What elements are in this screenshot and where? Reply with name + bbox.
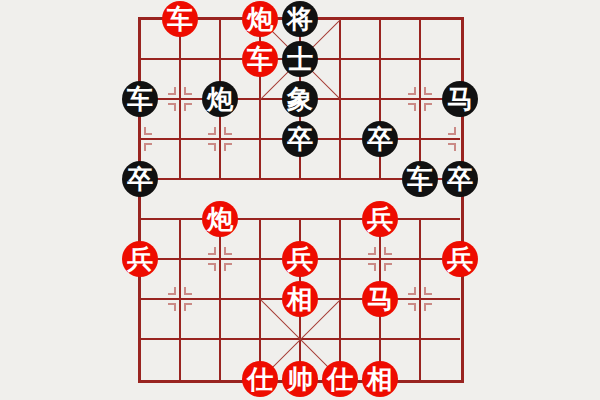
piece-red-chariot[interactable]: 车 [162, 1, 198, 37]
point-marker [184, 87, 192, 95]
point-marker [424, 87, 432, 95]
point-marker [448, 143, 456, 151]
point-marker [384, 263, 392, 271]
piece-black-chariot[interactable]: 车 [122, 81, 158, 117]
piece-black-chariot[interactable]: 车 [402, 161, 438, 197]
point-marker [408, 103, 416, 111]
point-marker [144, 127, 152, 135]
piece-black-general[interactable]: 将 [282, 1, 318, 37]
point-marker [224, 127, 232, 135]
point-marker [224, 247, 232, 255]
piece-red-cannon[interactable]: 炮 [202, 201, 238, 237]
piece-red-soldier[interactable]: 兵 [282, 241, 318, 277]
point-marker [168, 303, 176, 311]
piece-black-cannon[interactable]: 炮 [202, 81, 238, 117]
point-marker [184, 287, 192, 295]
piece-red-elephant[interactable]: 相 [362, 361, 398, 397]
piece-red-horse[interactable]: 马 [362, 281, 398, 317]
piece-black-soldier[interactable]: 卒 [362, 121, 398, 157]
piece-black-advisor[interactable]: 士 [282, 41, 318, 77]
piece-red-general[interactable]: 帅 [282, 361, 318, 397]
point-marker [424, 103, 432, 111]
piece-black-elephant[interactable]: 象 [282, 81, 318, 117]
point-marker [424, 303, 432, 311]
point-marker [208, 263, 216, 271]
piece-black-soldier[interactable]: 卒 [282, 121, 318, 157]
piece-red-chariot[interactable]: 车 [242, 41, 278, 77]
grid-line [219, 218, 221, 380]
point-marker [184, 103, 192, 111]
piece-red-advisor[interactable]: 仕 [242, 361, 278, 397]
piece-red-cannon[interactable]: 炮 [242, 1, 278, 37]
point-marker [208, 127, 216, 135]
piece-black-soldier[interactable]: 卒 [442, 161, 478, 197]
point-marker [408, 87, 416, 95]
piece-red-soldier[interactable]: 兵 [362, 201, 398, 237]
point-marker [168, 287, 176, 295]
piece-black-horse[interactable]: 马 [442, 81, 478, 117]
point-marker [424, 287, 432, 295]
game-screen: 车炮将车士车炮象马卒卒卒车卒炮兵兵兵兵相马仕帅仕相 [0, 0, 600, 400]
point-marker [208, 143, 216, 151]
point-marker [368, 263, 376, 271]
piece-red-soldier[interactable]: 兵 [442, 241, 478, 277]
piece-red-soldier[interactable]: 兵 [122, 241, 158, 277]
point-marker [168, 103, 176, 111]
point-marker [184, 303, 192, 311]
point-marker [448, 127, 456, 135]
point-marker [368, 247, 376, 255]
point-marker [224, 143, 232, 151]
grid-line [179, 218, 181, 380]
point-marker [408, 303, 416, 311]
piece-black-soldier[interactable]: 卒 [122, 161, 158, 197]
point-marker [208, 247, 216, 255]
grid-line [419, 218, 421, 380]
piece-red-advisor[interactable]: 仕 [322, 361, 358, 397]
grid-line [419, 18, 421, 180]
point-marker [384, 247, 392, 255]
point-marker [224, 263, 232, 271]
grid-line [179, 18, 181, 180]
point-marker [408, 287, 416, 295]
xiangqi-board[interactable]: 车炮将车士车炮象马卒卒卒车卒炮兵兵兵兵相马仕帅仕相 [140, 19, 460, 379]
point-marker [144, 143, 152, 151]
piece-red-elephant[interactable]: 相 [282, 281, 318, 317]
point-marker [168, 87, 176, 95]
